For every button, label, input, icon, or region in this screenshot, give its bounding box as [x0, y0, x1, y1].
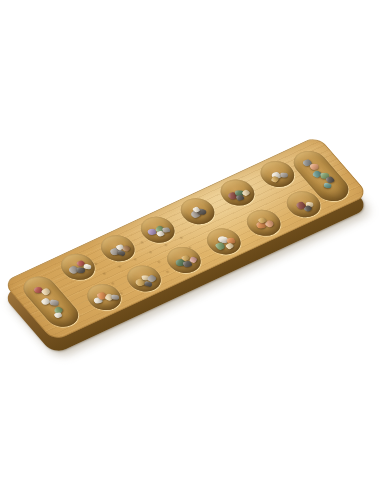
- pit-near-3[interactable]: [160, 242, 207, 277]
- pit-near-4[interactable]: [200, 224, 247, 259]
- gemstone-white: [53, 312, 63, 319]
- pit-far-5[interactable]: [214, 175, 261, 210]
- pit-far-4[interactable]: [174, 193, 221, 228]
- pit-far-3[interactable]: [134, 212, 181, 247]
- pit-near-5[interactable]: [240, 205, 287, 240]
- gemstone-salmon: [309, 164, 319, 171]
- pit-near-2[interactable]: [121, 261, 168, 296]
- pit-far-1[interactable]: [54, 249, 101, 284]
- gemstone-teal: [323, 183, 332, 190]
- pit-far-2[interactable]: [94, 231, 141, 266]
- gemstone-silver: [50, 299, 59, 306]
- gemstone-tan: [270, 176, 280, 184]
- gemstone-silver: [279, 173, 287, 178]
- gemstone-dark: [235, 194, 245, 201]
- gemstone-dark: [143, 281, 152, 288]
- pit-near-1[interactable]: [81, 279, 128, 314]
- product-photo-canvas: [0, 0, 381, 492]
